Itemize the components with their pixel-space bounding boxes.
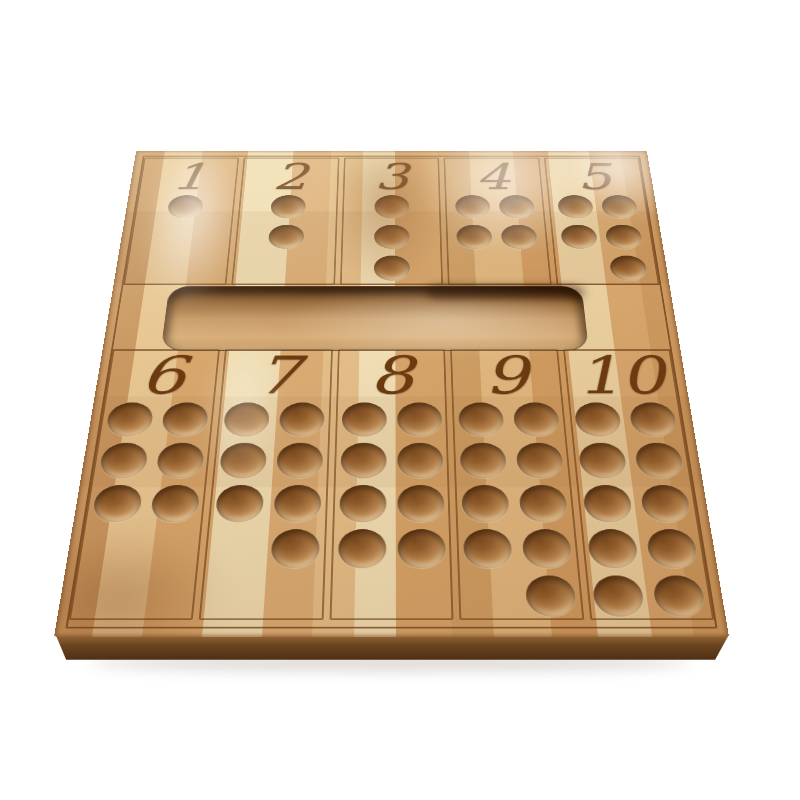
- counting-hole[interactable]: [219, 442, 267, 478]
- counting-hole[interactable]: [605, 225, 644, 249]
- engraved-number: 6: [138, 352, 189, 400]
- counting-hole[interactable]: [458, 402, 504, 436]
- engraved-number: 4: [475, 161, 511, 194]
- counting-hole[interactable]: [557, 195, 594, 218]
- hole-subcolumn: [270, 402, 325, 568]
- number-panel-4: 4: [444, 158, 552, 285]
- number-panel-2: 2: [232, 158, 340, 285]
- engraved-number: 9: [482, 352, 529, 400]
- counting-hole[interactable]: [155, 442, 205, 478]
- counting-hole[interactable]: [652, 575, 707, 616]
- counting-hole[interactable]: [339, 485, 386, 522]
- hole-subcolumn: [601, 195, 649, 281]
- counting-hole[interactable]: [98, 442, 149, 478]
- holes-group: [211, 402, 325, 568]
- counting-hole[interactable]: [149, 485, 200, 522]
- counting-hole[interactable]: [397, 529, 445, 568]
- hole-subcolumn: [455, 195, 493, 249]
- counting-hole[interactable]: [456, 225, 492, 249]
- number-panel-6: 6: [69, 349, 220, 620]
- counting-board: 1 2 3 4 5 6: [54, 151, 729, 637]
- engraved-number: 8: [369, 352, 414, 400]
- counting-hole[interactable]: [640, 485, 692, 522]
- holes-group: [91, 402, 209, 522]
- holes-group: [166, 195, 204, 218]
- holes-group: [458, 402, 577, 616]
- holes-group: [337, 402, 445, 568]
- counting-hole[interactable]: [337, 529, 385, 568]
- counting-hole[interactable]: [215, 485, 265, 522]
- counting-hole[interactable]: [460, 442, 507, 478]
- hole-subcolumn: [397, 402, 446, 568]
- counting-hole[interactable]: [574, 402, 622, 436]
- counting-hole[interactable]: [499, 195, 535, 218]
- counting-hole[interactable]: [455, 195, 491, 218]
- counting-hole[interactable]: [166, 195, 204, 218]
- counting-hole[interactable]: [397, 485, 444, 522]
- engraved-number: 10: [573, 352, 668, 400]
- hole-subcolumn: [373, 195, 409, 281]
- counting-hole[interactable]: [609, 256, 649, 281]
- number-panel-7: 7: [199, 349, 333, 620]
- counting-hole[interactable]: [634, 442, 685, 478]
- number-panel-10: 10: [563, 349, 714, 620]
- counting-hole[interactable]: [518, 485, 568, 522]
- counting-hole[interactable]: [397, 442, 443, 478]
- counting-hole[interactable]: [341, 402, 386, 436]
- counter-storage-tray[interactable]: [161, 286, 589, 351]
- holes-group: [455, 195, 538, 249]
- counting-hole[interactable]: [105, 402, 155, 436]
- hole-subcolumn: [166, 195, 204, 218]
- hole-subcolumn: [337, 402, 386, 568]
- hole-subcolumn: [91, 402, 154, 522]
- counting-hole[interactable]: [374, 195, 409, 218]
- product-photo: 1 2 3 4 5 6: [0, 0, 800, 800]
- counting-hole[interactable]: [397, 402, 442, 436]
- counting-hole[interactable]: [587, 529, 639, 568]
- engraved-number: 5: [575, 161, 614, 194]
- top-section: 1 2 3 4 5: [123, 158, 659, 285]
- counting-hole[interactable]: [629, 402, 679, 436]
- holes-group: [268, 195, 306, 249]
- counting-hole[interactable]: [501, 225, 538, 249]
- hole-subcolumn: [513, 402, 577, 616]
- bottom-section: 6 7 8 9 10: [69, 349, 714, 620]
- counting-hole[interactable]: [373, 256, 409, 281]
- number-panel-9: 9: [450, 349, 584, 620]
- engraved-number: 2: [272, 161, 308, 194]
- engraved-number: 1: [170, 161, 209, 194]
- counting-hole[interactable]: [223, 402, 270, 436]
- counting-hole[interactable]: [525, 575, 577, 616]
- counting-hole[interactable]: [578, 442, 628, 478]
- counting-hole[interactable]: [592, 575, 646, 616]
- counting-hole[interactable]: [521, 529, 572, 568]
- holes-group: [574, 402, 707, 616]
- hole-subcolumn: [557, 195, 598, 249]
- counting-hole[interactable]: [601, 195, 639, 218]
- engraved-number: 3: [374, 161, 409, 194]
- hole-subcolumn: [499, 195, 538, 249]
- number-panel-8: 8: [329, 349, 453, 620]
- number-panel-1: 1: [123, 158, 239, 285]
- counting-hole[interactable]: [276, 442, 323, 478]
- counting-hole[interactable]: [646, 529, 700, 568]
- engraved-number: 7: [253, 352, 300, 400]
- counting-hole[interactable]: [161, 402, 209, 436]
- counting-hole[interactable]: [279, 402, 325, 436]
- counting-hole[interactable]: [270, 195, 306, 218]
- counting-hole[interactable]: [268, 225, 305, 249]
- counting-hole[interactable]: [340, 442, 386, 478]
- hole-subcolumn: [458, 402, 513, 568]
- board-side-edge: [54, 634, 730, 662]
- holes-group: [557, 195, 648, 281]
- hole-subcolumn: [215, 402, 270, 522]
- counting-hole[interactable]: [461, 485, 510, 522]
- hole-subcolumn: [268, 195, 306, 249]
- counting-hole[interactable]: [560, 225, 598, 249]
- counting-hole[interactable]: [513, 402, 560, 436]
- hole-subcolumn: [149, 402, 209, 522]
- counting-hole[interactable]: [91, 485, 143, 522]
- holes-group: [373, 195, 409, 281]
- counting-hole[interactable]: [463, 529, 513, 568]
- number-panel-5: 5: [544, 158, 660, 285]
- counting-hole[interactable]: [583, 485, 634, 522]
- counting-hole[interactable]: [374, 225, 409, 249]
- counting-hole[interactable]: [270, 529, 320, 568]
- counting-hole[interactable]: [516, 442, 564, 478]
- counting-hole[interactable]: [273, 485, 322, 522]
- number-panel-3: 3: [340, 158, 443, 285]
